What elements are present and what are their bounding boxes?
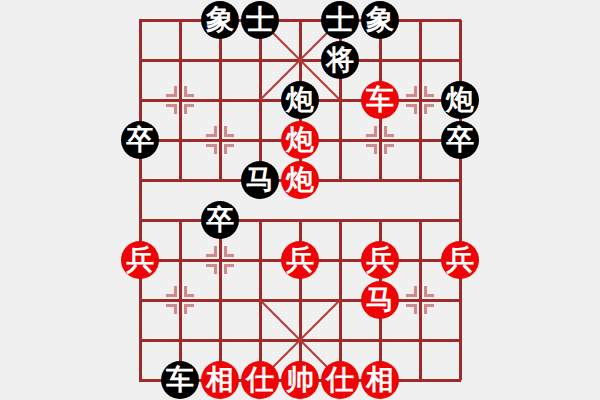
piece-black-cannon[interactable]: 炮 [441, 81, 479, 119]
piece-red-soldier[interactable]: 兵 [121, 241, 159, 279]
piece-red-elephant[interactable]: 相 [201, 361, 239, 399]
piece-red-chariot[interactable]: 车 [361, 81, 399, 119]
piece-black-soldier[interactable]: 卒 [441, 121, 479, 159]
piece-black-soldier[interactable]: 卒 [201, 201, 239, 239]
piece-red-elephant[interactable]: 相 [361, 361, 399, 399]
piece-red-soldier[interactable]: 兵 [361, 241, 399, 279]
piece-red-soldier[interactable]: 兵 [281, 241, 319, 279]
piece-black-horse[interactable]: 马 [241, 161, 279, 199]
xiangqi-app: 象士士象将炮车炮卒炮卒马炮卒兵兵兵兵马车相仕帅仕相 [0, 0, 600, 400]
piece-black-cannon[interactable]: 炮 [281, 81, 319, 119]
piece-red-advisor[interactable]: 仕 [241, 361, 279, 399]
piece-black-soldier[interactable]: 卒 [121, 121, 159, 159]
piece-red-advisor[interactable]: 仕 [321, 361, 359, 399]
piece-black-chariot[interactable]: 车 [161, 361, 199, 399]
piece-black-elephant[interactable]: 象 [201, 1, 239, 39]
piece-black-advisor[interactable]: 士 [241, 1, 279, 39]
piece-red-cannon[interactable]: 炮 [281, 161, 319, 199]
piece-red-horse[interactable]: 马 [361, 281, 399, 319]
piece-red-cannon[interactable]: 炮 [281, 121, 319, 159]
piece-black-elephant[interactable]: 象 [361, 1, 399, 39]
piece-black-general[interactable]: 将 [321, 41, 359, 79]
piece-red-soldier[interactable]: 兵 [441, 241, 479, 279]
piece-black-advisor[interactable]: 士 [321, 1, 359, 39]
pieces-layer: 象士士象将炮车炮卒炮卒马炮卒兵兵兵兵马车相仕帅仕相 [0, 0, 600, 400]
piece-red-general[interactable]: 帅 [281, 361, 319, 399]
